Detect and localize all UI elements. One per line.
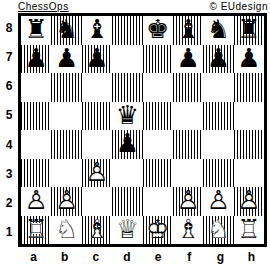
- white-pawn-piece[interactable]: ♟♙: [82, 159, 112, 188]
- white-bishop-piece[interactable]: ♝♗: [82, 216, 112, 245]
- square-g7[interactable]: ♟: [203, 45, 233, 74]
- rank-label-1: 1: [0, 218, 18, 247]
- rank-label-7: 7: [0, 42, 18, 71]
- square-h7[interactable]: ♟: [234, 45, 264, 74]
- square-f3[interactable]: [173, 159, 203, 188]
- square-h4[interactable]: [234, 130, 264, 159]
- white-pawn-piece[interactable]: ♟♙: [173, 187, 203, 216]
- square-f4[interactable]: [173, 130, 203, 159]
- file-label-b: b: [49, 248, 80, 266]
- piece-glyph: ♙: [203, 188, 233, 214]
- square-d1[interactable]: ♛♕: [112, 216, 142, 245]
- piece-glyph: ♙: [51, 188, 81, 214]
- square-a7[interactable]: ♟: [21, 45, 51, 74]
- piece-glyph: ♟: [112, 131, 142, 157]
- file-label-g: g: [205, 248, 236, 266]
- white-rook-piece[interactable]: ♜♖: [21, 216, 51, 245]
- square-f8[interactable]: ♝: [173, 16, 203, 45]
- piece-glyph: ♜: [234, 17, 264, 43]
- square-g1[interactable]: ♞♘: [203, 216, 233, 245]
- piece-glyph: ♙: [234, 188, 264, 214]
- square-a4[interactable]: [21, 130, 51, 159]
- square-d4[interactable]: ♟: [112, 130, 142, 159]
- piece-glyph: ♝: [173, 17, 203, 43]
- black-queen-piece[interactable]: ♛: [112, 102, 142, 131]
- square-d5[interactable]: ♛: [112, 102, 142, 131]
- white-bishop-piece[interactable]: ♝♗: [173, 216, 203, 245]
- square-e5[interactable]: [143, 102, 173, 131]
- square-h5[interactable]: [234, 102, 264, 131]
- square-d7[interactable]: [112, 45, 142, 74]
- file-labels: abcdefgh: [18, 248, 267, 266]
- rank-label-2: 2: [0, 189, 18, 218]
- square-d6[interactable]: [112, 73, 142, 102]
- white-pawn-piece[interactable]: ♟♙: [21, 187, 51, 216]
- rank-label-3: 3: [0, 159, 18, 188]
- square-c3[interactable]: ♟♙: [82, 159, 112, 188]
- piece-glyph: ♘: [51, 216, 81, 242]
- piece-glyph: ♘: [203, 216, 233, 242]
- square-b1[interactable]: ♞♘: [51, 216, 81, 245]
- square-b2[interactable]: ♟♙: [51, 187, 81, 216]
- file-label-f: f: [174, 248, 205, 266]
- square-a3[interactable]: [21, 159, 51, 188]
- black-pawn-piece[interactable]: ♟: [234, 45, 264, 74]
- white-knight-piece[interactable]: ♞♘: [51, 216, 81, 245]
- square-b5[interactable]: [51, 102, 81, 131]
- square-a2[interactable]: ♟♙: [21, 187, 51, 216]
- piece-glyph: ♖: [21, 216, 51, 242]
- square-e7[interactable]: [143, 45, 173, 74]
- piece-glyph: ♖: [234, 216, 264, 242]
- square-g5[interactable]: [203, 102, 233, 131]
- black-pawn-piece[interactable]: ♟: [203, 45, 233, 74]
- square-b7[interactable]: ♟: [51, 45, 81, 74]
- square-a6[interactable]: [21, 73, 51, 102]
- square-g3[interactable]: [203, 159, 233, 188]
- piece-glyph: ♟: [234, 45, 264, 71]
- square-c8[interactable]: ♝: [82, 16, 112, 45]
- square-e4[interactable]: [143, 130, 173, 159]
- rank-label-5: 5: [0, 101, 18, 130]
- rank-label-8: 8: [0, 13, 18, 42]
- square-h2[interactable]: ♟♙: [234, 187, 264, 216]
- black-bishop-piece[interactable]: ♝: [173, 16, 203, 45]
- square-a5[interactable]: [21, 102, 51, 131]
- piece-glyph: ♛: [112, 102, 142, 128]
- square-e3[interactable]: [143, 159, 173, 188]
- black-bishop-piece[interactable]: ♝: [82, 16, 112, 45]
- square-c6[interactable]: [82, 73, 112, 102]
- square-f5[interactable]: [173, 102, 203, 131]
- black-pawn-piece[interactable]: ♟: [51, 45, 81, 74]
- credit-text: © EUdesign: [209, 0, 268, 13]
- piece-glyph: ♕: [112, 216, 142, 242]
- black-pawn-piece[interactable]: ♟: [21, 45, 51, 74]
- piece-glyph: ♟: [21, 45, 51, 71]
- white-knight-piece[interactable]: ♞♘: [203, 216, 233, 245]
- file-label-d: d: [111, 248, 142, 266]
- black-pawn-piece[interactable]: ♟: [112, 130, 142, 159]
- rank-labels: 87654321: [0, 13, 18, 247]
- piece-glyph: ♗: [82, 216, 112, 242]
- square-f6[interactable]: [173, 73, 203, 102]
- square-f1[interactable]: ♝♗: [173, 216, 203, 245]
- square-f2[interactable]: ♟♙: [173, 187, 203, 216]
- square-h1[interactable]: ♜♖: [234, 216, 264, 245]
- square-f7[interactable]: ♟: [173, 45, 203, 74]
- piece-glyph: ♗: [173, 216, 203, 242]
- black-rook-piece[interactable]: ♜: [21, 16, 51, 45]
- chess-board: ♜♞♝♚♝♞♜♟♟♟♟♟♟♛♟♟♙♟♙♟♙♟♙♟♙♟♙♜♖♞♘♝♗♛♕♚♔♝♗♞…: [18, 13, 267, 247]
- piece-glyph: ♟: [82, 45, 112, 71]
- square-b4[interactable]: [51, 130, 81, 159]
- rank-label-6: 6: [0, 72, 18, 101]
- piece-glyph: ♙: [82, 159, 112, 185]
- square-c4[interactable]: [82, 130, 112, 159]
- square-e1[interactable]: ♚♔: [143, 216, 173, 245]
- piece-glyph: ♜: [21, 17, 51, 43]
- square-c1[interactable]: ♝♗: [82, 216, 112, 245]
- square-c2[interactable]: [82, 187, 112, 216]
- file-label-a: a: [18, 248, 49, 266]
- square-a1[interactable]: ♜♖: [21, 216, 51, 245]
- app-title: ChessOps: [18, 0, 69, 13]
- square-b8[interactable]: ♞: [51, 16, 81, 45]
- white-pawn-piece[interactable]: ♟♙: [234, 187, 264, 216]
- black-knight-piece[interactable]: ♞: [51, 16, 81, 45]
- black-knight-piece[interactable]: ♞: [203, 16, 233, 45]
- square-h8[interactable]: ♜: [234, 16, 264, 45]
- square-c7[interactable]: ♟: [82, 45, 112, 74]
- white-pawn-piece[interactable]: ♟♙: [203, 187, 233, 216]
- square-d8[interactable]: [112, 16, 142, 45]
- file-label-c: c: [80, 248, 111, 266]
- square-d2[interactable]: [112, 187, 142, 216]
- square-c5[interactable]: [82, 102, 112, 131]
- piece-glyph: ♟: [51, 45, 81, 71]
- piece-glyph: ♙: [173, 188, 203, 214]
- black-pawn-piece[interactable]: ♟: [173, 45, 203, 74]
- white-queen-piece[interactable]: ♛♕: [112, 216, 142, 245]
- square-b6[interactable]: [51, 73, 81, 102]
- piece-glyph: ♝: [82, 17, 112, 43]
- black-rook-piece[interactable]: ♜: [234, 16, 264, 45]
- rank-label-4: 4: [0, 130, 18, 159]
- black-pawn-piece[interactable]: ♟: [82, 45, 112, 74]
- square-e6[interactable]: [143, 73, 173, 102]
- piece-glyph: ♔: [143, 216, 173, 242]
- piece-glyph: ♟: [203, 45, 233, 71]
- square-b3[interactable]: [51, 159, 81, 188]
- square-g2[interactable]: ♟♙: [203, 187, 233, 216]
- square-h3[interactable]: [234, 159, 264, 188]
- piece-glyph: ♚: [143, 17, 173, 43]
- square-e8[interactable]: ♚: [143, 16, 173, 45]
- square-a8[interactable]: ♜: [21, 16, 51, 45]
- square-g8[interactable]: ♞: [203, 16, 233, 45]
- piece-glyph: ♟: [173, 45, 203, 71]
- piece-glyph: ♙: [21, 188, 51, 214]
- board-grid: ♜♞♝♚♝♞♜♟♟♟♟♟♟♛♟♟♙♟♙♟♙♟♙♟♙♟♙♜♖♞♘♝♗♛♕♚♔♝♗♞…: [21, 16, 264, 244]
- square-d3[interactable]: [112, 159, 142, 188]
- square-e2[interactable]: [143, 187, 173, 216]
- black-king-piece[interactable]: ♚: [143, 16, 173, 45]
- white-rook-piece[interactable]: ♜♖: [234, 216, 264, 245]
- file-label-h: h: [236, 248, 267, 266]
- white-pawn-piece[interactable]: ♟♙: [51, 187, 81, 216]
- square-h6[interactable]: [234, 73, 264, 102]
- piece-glyph: ♞: [203, 17, 233, 43]
- file-label-e: e: [143, 248, 174, 266]
- piece-glyph: ♞: [51, 17, 81, 43]
- white-king-piece[interactable]: ♚♔: [143, 216, 173, 245]
- square-g4[interactable]: [203, 130, 233, 159]
- square-g6[interactable]: [203, 73, 233, 102]
